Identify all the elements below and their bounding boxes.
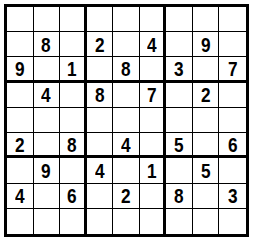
- given-digit: 8: [67, 134, 77, 155]
- given-digit: 2: [15, 134, 25, 155]
- cell-r2c5[interactable]: [113, 32, 140, 57]
- given-digit: 3: [174, 58, 184, 79]
- cell-r3c4[interactable]: [87, 57, 114, 82]
- cell-r9c3[interactable]: [60, 209, 87, 234]
- cell-r7c8[interactable]: 5: [193, 158, 220, 183]
- given-digit: 3: [228, 185, 238, 206]
- given-digit: 4: [121, 134, 131, 155]
- given-digit: 4: [95, 160, 105, 181]
- given-digit: 8: [174, 185, 184, 206]
- cell-r7c4[interactable]: 4: [87, 158, 114, 183]
- given-digit: 9: [15, 58, 25, 79]
- cell-r9c9[interactable]: [219, 209, 246, 234]
- cell-r5c9[interactable]: [219, 108, 246, 133]
- given-digit: 8: [95, 84, 105, 105]
- cell-r3c9[interactable]: 7: [219, 57, 246, 82]
- cell-r6c5[interactable]: 4: [113, 133, 140, 158]
- cell-r6c4[interactable]: [87, 133, 114, 158]
- cell-r1c9[interactable]: [219, 7, 246, 32]
- cell-r1c6[interactable]: [140, 7, 167, 32]
- cell-r7c9[interactable]: [219, 158, 246, 183]
- cell-r1c3[interactable]: [60, 7, 87, 32]
- cell-r1c8[interactable]: [193, 7, 220, 32]
- cell-r4c5[interactable]: [113, 83, 140, 108]
- cell-r4c3[interactable]: [60, 83, 87, 108]
- cell-r2c1[interactable]: [7, 32, 34, 57]
- cell-r8c3[interactable]: 6: [60, 184, 87, 209]
- given-digit: 4: [15, 185, 25, 206]
- cell-r6c1[interactable]: 2: [7, 133, 34, 158]
- given-digit: 1: [67, 58, 77, 79]
- cell-r2c4[interactable]: 2: [87, 32, 114, 57]
- cell-r8c4[interactable]: [87, 184, 114, 209]
- cell-r8c9[interactable]: 3: [219, 184, 246, 209]
- cell-r9c6[interactable]: [140, 209, 167, 234]
- cell-r7c1[interactable]: [7, 158, 34, 183]
- cell-r8c8[interactable]: [193, 184, 220, 209]
- given-digit: 2: [201, 84, 211, 105]
- cell-r2c2[interactable]: 8: [34, 32, 61, 57]
- cell-r5c8[interactable]: [193, 108, 220, 133]
- cell-r1c4[interactable]: [87, 7, 114, 32]
- cell-r1c5[interactable]: [113, 7, 140, 32]
- given-digit: 4: [147, 34, 157, 55]
- cell-r6c8[interactable]: [193, 133, 220, 158]
- cell-r1c2[interactable]: [34, 7, 61, 32]
- given-digit: 8: [42, 34, 52, 55]
- cell-r4c1[interactable]: [7, 83, 34, 108]
- cell-r9c1[interactable]: [7, 209, 34, 234]
- cell-r9c4[interactable]: [87, 209, 114, 234]
- cell-r8c7[interactable]: 8: [166, 184, 193, 209]
- cell-r5c5[interactable]: [113, 108, 140, 133]
- cell-r2c3[interactable]: [60, 32, 87, 57]
- cell-r4c6[interactable]: 7: [140, 83, 167, 108]
- cell-r9c2[interactable]: [34, 209, 61, 234]
- cell-r3c2[interactable]: [34, 57, 61, 82]
- cell-r9c8[interactable]: [193, 209, 220, 234]
- sudoku-screen: 824991837487228456941546283: [0, 0, 253, 242]
- cell-r7c5[interactable]: [113, 158, 140, 183]
- cell-r1c1[interactable]: [7, 7, 34, 32]
- cell-r5c6[interactable]: [140, 108, 167, 133]
- given-digit: 2: [121, 185, 131, 206]
- cell-r3c3[interactable]: 1: [60, 57, 87, 82]
- cell-r2c6[interactable]: 4: [140, 32, 167, 57]
- cell-r5c4[interactable]: [87, 108, 114, 133]
- cell-r2c8[interactable]: 9: [193, 32, 220, 57]
- cell-r3c8[interactable]: [193, 57, 220, 82]
- cell-r7c2[interactable]: 9: [34, 158, 61, 183]
- given-digit: 9: [201, 34, 211, 55]
- cell-r4c4[interactable]: 8: [87, 83, 114, 108]
- cell-r3c5[interactable]: 8: [113, 57, 140, 82]
- cell-r6c3[interactable]: 8: [60, 133, 87, 158]
- cell-r6c7[interactable]: 5: [166, 133, 193, 158]
- given-digit: 5: [174, 134, 184, 155]
- cell-r4c2[interactable]: 4: [34, 83, 61, 108]
- cell-r5c7[interactable]: [166, 108, 193, 133]
- cell-r3c6[interactable]: [140, 57, 167, 82]
- given-digit: 9: [42, 160, 52, 181]
- given-digit: 4: [42, 84, 52, 105]
- given-digit: 7: [147, 84, 157, 105]
- cell-r9c7[interactable]: [166, 209, 193, 234]
- cell-r5c2[interactable]: [34, 108, 61, 133]
- given-digit: 8: [121, 58, 131, 79]
- given-digit: 6: [228, 134, 238, 155]
- cell-r2c9[interactable]: [219, 32, 246, 57]
- cell-r5c1[interactable]: [7, 108, 34, 133]
- cell-r7c6[interactable]: 1: [140, 158, 167, 183]
- cell-r4c8[interactable]: 2: [193, 83, 220, 108]
- cell-r6c9[interactable]: 6: [219, 133, 246, 158]
- cell-r7c7[interactable]: [166, 158, 193, 183]
- cell-r4c7[interactable]: [166, 83, 193, 108]
- cell-r3c7[interactable]: 3: [166, 57, 193, 82]
- cell-r8c5[interactable]: 2: [113, 184, 140, 209]
- cell-r1c7[interactable]: [166, 7, 193, 32]
- cell-r5c3[interactable]: [60, 108, 87, 133]
- sudoku-board: 824991837487228456941546283: [4, 4, 249, 237]
- cell-r3c1[interactable]: 9: [7, 57, 34, 82]
- cell-r7c3[interactable]: [60, 158, 87, 183]
- cell-r2c7[interactable]: [166, 32, 193, 57]
- given-digit: 2: [95, 34, 105, 55]
- given-digit: 6: [67, 185, 77, 206]
- cell-r6c6[interactable]: [140, 133, 167, 158]
- cell-r8c1[interactable]: 4: [7, 184, 34, 209]
- given-digit: 5: [201, 160, 211, 181]
- given-digit: 1: [147, 160, 157, 181]
- cell-r8c6[interactable]: [140, 184, 167, 209]
- given-digit: 7: [228, 58, 238, 79]
- cell-r8c2[interactable]: [34, 184, 61, 209]
- cell-r6c2[interactable]: [34, 133, 61, 158]
- cell-r9c5[interactable]: [113, 209, 140, 234]
- cell-r4c9[interactable]: [219, 83, 246, 108]
